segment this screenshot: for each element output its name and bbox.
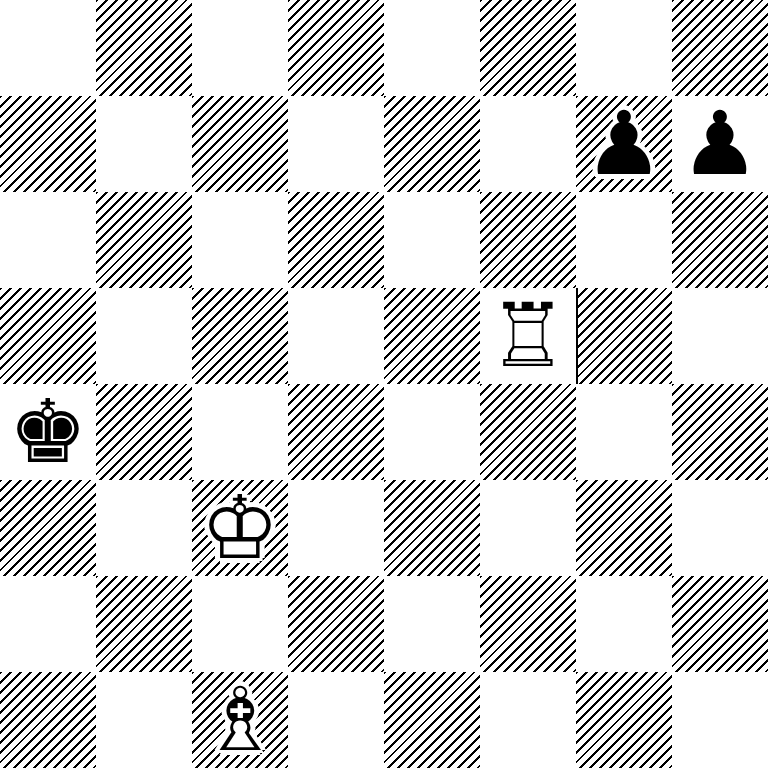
square-g1[interactable]: [576, 672, 672, 768]
piece-glyph: ♖: [480, 288, 576, 384]
square-g5[interactable]: [576, 288, 672, 384]
piece-glyph: ♟: [576, 96, 672, 192]
square-g2[interactable]: [576, 576, 672, 672]
square-h4[interactable]: [672, 384, 768, 480]
square-d5[interactable]: [288, 288, 384, 384]
square-h6[interactable]: [672, 192, 768, 288]
square-e4[interactable]: [384, 384, 480, 480]
piece-black-pawn[interactable]: ♟♟: [672, 96, 768, 192]
square-a2[interactable]: [0, 576, 96, 672]
square-f6[interactable]: [480, 192, 576, 288]
square-d7[interactable]: [288, 96, 384, 192]
square-h5[interactable]: [672, 288, 768, 384]
square-f5[interactable]: ♜♖: [480, 288, 576, 384]
square-c8[interactable]: [192, 0, 288, 96]
piece-white-king[interactable]: ♚♔: [192, 480, 288, 576]
square-c2[interactable]: [192, 576, 288, 672]
piece-glyph: ♚: [0, 384, 96, 480]
square-h1[interactable]: [672, 672, 768, 768]
square-b8[interactable]: [96, 0, 192, 96]
square-f4[interactable]: [480, 384, 576, 480]
square-c6[interactable]: [192, 192, 288, 288]
square-f8[interactable]: [480, 0, 576, 96]
square-d1[interactable]: [288, 672, 384, 768]
square-d4[interactable]: [288, 384, 384, 480]
square-b7[interactable]: [96, 96, 192, 192]
square-b4[interactable]: [96, 384, 192, 480]
square-c7[interactable]: [192, 96, 288, 192]
square-a3[interactable]: [0, 480, 96, 576]
piece-black-pawn[interactable]: ♟♟: [576, 96, 672, 192]
square-e5[interactable]: [384, 288, 480, 384]
square-g7[interactable]: ♟♟: [576, 96, 672, 192]
square-b6[interactable]: [96, 192, 192, 288]
square-c3[interactable]: ♚♔: [192, 480, 288, 576]
square-e8[interactable]: [384, 0, 480, 96]
square-c1[interactable]: ♝♗: [192, 672, 288, 768]
square-h2[interactable]: [672, 576, 768, 672]
square-b5[interactable]: [96, 288, 192, 384]
piece-white-rook[interactable]: ♜♖: [480, 288, 576, 384]
piece-glyph: ♟: [672, 96, 768, 192]
square-b1[interactable]: [96, 672, 192, 768]
square-d6[interactable]: [288, 192, 384, 288]
square-f2[interactable]: [480, 576, 576, 672]
square-h8[interactable]: [672, 0, 768, 96]
piece-black-king[interactable]: ♚♚: [0, 384, 96, 480]
square-h3[interactable]: [672, 480, 768, 576]
square-e3[interactable]: [384, 480, 480, 576]
square-g4[interactable]: [576, 384, 672, 480]
square-g8[interactable]: [576, 0, 672, 96]
square-a4[interactable]: ♚♚: [0, 384, 96, 480]
square-d8[interactable]: [288, 0, 384, 96]
square-e7[interactable]: [384, 96, 480, 192]
square-b3[interactable]: [96, 480, 192, 576]
piece-white-bishop[interactable]: ♝♗: [192, 672, 288, 768]
square-h7[interactable]: ♟♟: [672, 96, 768, 192]
square-f7[interactable]: [480, 96, 576, 192]
piece-glyph: ♔: [192, 480, 288, 576]
square-a8[interactable]: [0, 0, 96, 96]
square-a1[interactable]: [0, 672, 96, 768]
square-g6[interactable]: [576, 192, 672, 288]
square-e2[interactable]: [384, 576, 480, 672]
square-f3[interactable]: [480, 480, 576, 576]
square-a6[interactable]: [0, 192, 96, 288]
square-f1[interactable]: [480, 672, 576, 768]
square-d2[interactable]: [288, 576, 384, 672]
square-e6[interactable]: [384, 192, 480, 288]
square-e1[interactable]: [384, 672, 480, 768]
chess-board: ♟♟♟♟♜♖♚♚♚♔♝♗: [0, 0, 768, 768]
square-g3[interactable]: [576, 480, 672, 576]
square-a5[interactable]: [0, 288, 96, 384]
square-c4[interactable]: [192, 384, 288, 480]
square-d3[interactable]: [288, 480, 384, 576]
square-c5[interactable]: [192, 288, 288, 384]
square-a7[interactable]: [0, 96, 96, 192]
square-b2[interactable]: [96, 576, 192, 672]
piece-glyph: ♗: [192, 672, 288, 768]
